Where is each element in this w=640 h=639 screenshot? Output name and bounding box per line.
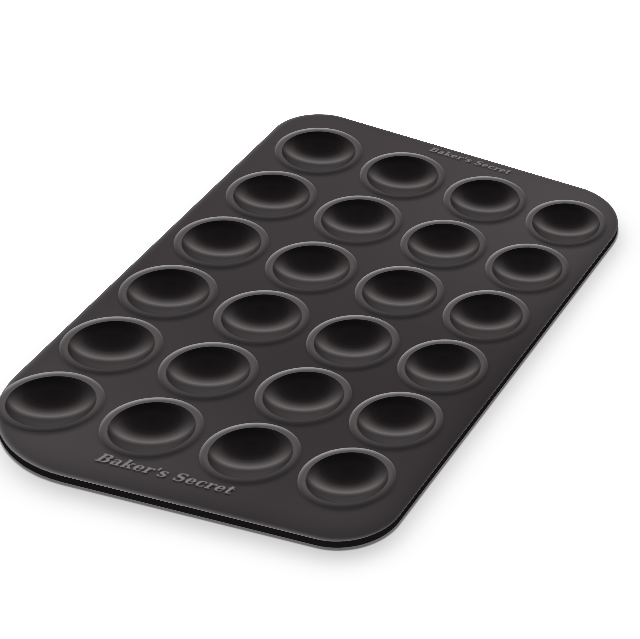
muffin-cup-cavity [167, 213, 276, 271]
muffin-cup-cavity [300, 312, 406, 373]
muffin-cup-cavity [206, 287, 316, 348]
muffin-cup-cavity [51, 313, 171, 377]
muffin-cup-cavity [150, 339, 265, 403]
muffin-cup-cavity [291, 445, 403, 511]
muffin-cup-cavity [438, 173, 531, 226]
cup-grid [300, 105, 638, 205]
muffin-cup-cavity [268, 124, 368, 177]
muffin-cup-cavity [437, 287, 535, 345]
muffin-cup-cavity [480, 241, 573, 296]
muffin-cup-cavity [521, 197, 611, 250]
muffin-cup-cavity [219, 167, 323, 223]
muffin-cup-cavity [247, 364, 358, 428]
muffin-cup-cavity [349, 263, 450, 321]
muffin-cup-cavity [258, 238, 363, 296]
muffin-cup-cavity [391, 336, 493, 396]
product-photo: Baker's Secret Baker's Secret [0, 0, 640, 639]
muffin-cup-cavity [111, 262, 225, 323]
muffin-pan: Baker's Secret Baker's Secret [0, 105, 638, 553]
muffin-cup-cavity [354, 149, 450, 202]
muffin-cup-cavity [343, 389, 450, 452]
muffin-cup-cavity [308, 192, 408, 248]
muffin-cup-cavity [395, 217, 492, 273]
